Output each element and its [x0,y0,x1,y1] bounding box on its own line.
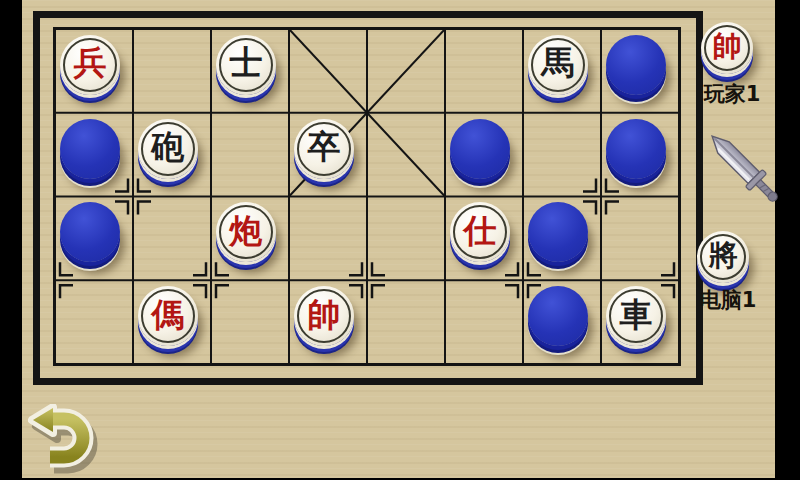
sword-icon [704,122,784,214]
piece-layer: 兵士馬砲卒炮仕傌帥車 [55,29,679,364]
piece-character: 車 [620,298,653,331]
piece-general[interactable]: 帥 [294,286,354,346]
player2-piece-badge: 將 [697,231,749,283]
banqi-board: 兵士馬砲卒炮仕傌帥車 [33,11,703,385]
piece-chariot[interactable]: 車 [606,286,666,346]
piece-character: 砲 [152,130,185,163]
piece-soldier[interactable]: 卒 [294,119,354,179]
player1-label: 玩家1 [694,80,770,108]
piece-cannon[interactable]: 炮 [216,202,276,262]
piece-cannon[interactable]: 砲 [138,119,198,179]
piece-horse[interactable]: 傌 [138,286,198,346]
piece-character: 仕 [464,214,497,247]
player1-piece-badge: 帥 [701,22,753,74]
player2-badge-character: 將 [709,241,738,270]
game-screen: 兵士馬砲卒炮仕傌帥車 帥 玩家1 [22,0,775,478]
piece-character: 兵 [74,46,107,79]
piece-character: 炮 [230,214,263,247]
player1-badge-character: 帥 [713,32,742,61]
hidden-piece[interactable] [60,119,120,179]
hidden-piece[interactable] [450,119,510,179]
board-grid-area: 兵士馬砲卒炮仕傌帥車 [53,27,681,366]
undo-button[interactable] [28,404,98,474]
piece-character: 馬 [542,46,575,79]
piece-soldier[interactable]: 兵 [60,35,120,95]
hidden-piece[interactable] [606,35,666,95]
piece-character: 士 [230,46,263,79]
piece-character: 傌 [152,298,185,331]
piece-character: 卒 [308,130,341,163]
hidden-piece[interactable] [528,202,588,262]
piece-horse[interactable]: 馬 [528,35,588,95]
piece-character: 帥 [308,298,341,331]
hidden-piece[interactable] [60,202,120,262]
player2-label: 电脑1 [690,286,766,314]
hidden-piece[interactable] [606,119,666,179]
hidden-piece[interactable] [528,286,588,346]
piece-advisor[interactable]: 士 [216,35,276,95]
undo-arrow-icon [28,404,98,474]
piece-advisor[interactable]: 仕 [450,202,510,262]
